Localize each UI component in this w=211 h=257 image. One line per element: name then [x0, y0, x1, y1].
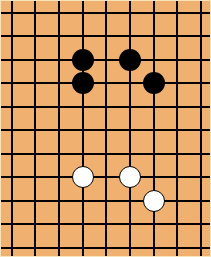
grid-line-horizontal [1, 176, 210, 178]
grid-line-horizontal [1, 129, 210, 131]
grid-line-horizontal [1, 106, 210, 108]
grid-line-horizontal [1, 223, 210, 225]
go-board [0, 0, 211, 257]
grid-line-horizontal [1, 59, 210, 61]
grid-line-horizontal [1, 82, 210, 84]
black-stone [72, 49, 94, 71]
grid-line-horizontal [1, 12, 210, 14]
black-stone [143, 72, 165, 94]
grid-line-horizontal [1, 35, 210, 37]
grid-line-horizontal [1, 200, 210, 202]
black-stone [119, 49, 141, 71]
white-stone [119, 166, 141, 188]
grid-line-horizontal [1, 153, 210, 155]
go-diagram [0, 0, 211, 257]
white-stone [143, 190, 165, 212]
white-stone [72, 166, 94, 188]
grid-line-horizontal [1, 247, 210, 249]
black-stone [72, 72, 94, 94]
